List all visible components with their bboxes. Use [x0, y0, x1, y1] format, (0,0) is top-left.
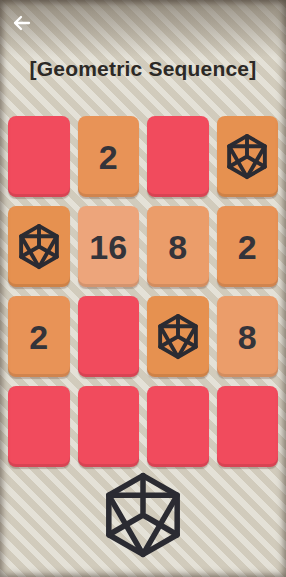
tile-r3c4[interactable]: 8 — [217, 296, 279, 377]
tile-r1c1[interactable] — [8, 116, 70, 197]
tile-value: 2 — [99, 140, 118, 174]
tile-r4c1[interactable] — [8, 386, 70, 467]
tile-r3c2[interactable] — [78, 296, 140, 377]
tile-r4c3[interactable] — [147, 386, 209, 467]
icosahedron-icon — [18, 223, 60, 270]
icosahedron-icon — [157, 313, 199, 360]
board[interactable]: 2 16822 8 — [8, 116, 278, 467]
icosahedron-icon — [226, 133, 268, 180]
tile-r2c2[interactable]: 16 — [78, 206, 140, 287]
page-title: [Geometric Sequence] — [0, 57, 286, 81]
tile-r1c4[interactable] — [217, 116, 279, 197]
tile-r3c1[interactable]: 2 — [8, 296, 70, 377]
arrow-left-icon — [10, 11, 34, 35]
tile-r2c4[interactable]: 2 — [217, 206, 279, 287]
tile-value: 16 — [89, 230, 127, 264]
tile-r1c3[interactable] — [147, 116, 209, 197]
tile-r1c2[interactable]: 2 — [78, 116, 140, 197]
status-bar-shade — [0, 0, 286, 58]
icosahedron-logo-icon — [103, 470, 183, 560]
tile-value: 8 — [238, 320, 257, 354]
tile-r2c1[interactable] — [8, 206, 70, 287]
back-button[interactable] — [10, 11, 34, 35]
tile-r4c4[interactable] — [217, 386, 279, 467]
tile-r3c3[interactable] — [147, 296, 209, 377]
tile-value: 8 — [168, 230, 187, 264]
tile-value: 2 — [238, 230, 257, 264]
app-screen: [Geometric Sequence] 2 16822 8 — [0, 0, 286, 577]
tile-r2c3[interactable]: 8 — [147, 206, 209, 287]
tile-r4c2[interactable] — [78, 386, 140, 467]
tile-value: 2 — [29, 320, 48, 354]
